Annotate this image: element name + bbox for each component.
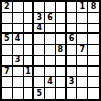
cell-r5c2[interactable] (13, 45, 24, 56)
cell-r8c6[interactable] (56, 77, 67, 88)
cell-r1c7[interactable] (67, 2, 78, 13)
cell-r4c6[interactable] (56, 34, 67, 45)
cell-r5c4[interactable] (34, 45, 45, 56)
cell-r5c6[interactable]: 8 (56, 45, 67, 56)
cell-r3c5[interactable] (45, 24, 56, 35)
cell-r7c2[interactable] (13, 67, 24, 78)
cell-r7c8[interactable] (77, 67, 88, 78)
cell-r4c8[interactable] (77, 34, 88, 45)
cell-r7c1[interactable]: 7 (2, 67, 13, 78)
cell-r4c2[interactable]: 4 (13, 34, 24, 45)
cell-r4c5[interactable] (45, 34, 56, 45)
cell-r8c2[interactable] (13, 77, 24, 88)
cell-r6c2[interactable]: 3 (13, 56, 24, 67)
cell-r8c5[interactable]: 4 (45, 77, 56, 88)
cell-r1c5[interactable] (45, 2, 56, 13)
cell-r9c8[interactable] (77, 88, 88, 99)
cell-r9c4[interactable]: 5 (34, 88, 45, 99)
cell-r6c8[interactable] (77, 56, 88, 67)
cell-r7c5[interactable] (45, 67, 56, 78)
cell-r9c5[interactable] (45, 88, 56, 99)
cell-r2c4[interactable]: 3 (34, 13, 45, 24)
cell-r4c4[interactable] (34, 34, 45, 45)
cell-r3c9[interactable] (88, 24, 99, 35)
cell-r5c8[interactable]: 7 (77, 45, 88, 56)
cell-r2c3[interactable] (24, 13, 35, 24)
cell-r7c6[interactable] (56, 67, 67, 78)
cell-r1c4[interactable] (34, 2, 45, 13)
cell-r1c6[interactable] (56, 2, 67, 13)
cell-r5c5[interactable] (45, 45, 56, 56)
cell-r8c9[interactable] (88, 77, 99, 88)
cell-r1c8[interactable]: 1 (77, 2, 88, 13)
cell-r3c7[interactable] (67, 24, 78, 35)
cell-r3c2[interactable] (13, 24, 24, 35)
cell-r3c1[interactable] (2, 24, 13, 35)
cell-r5c7[interactable] (67, 45, 78, 56)
cell-r6c3[interactable] (24, 56, 35, 67)
cell-r9c9[interactable] (88, 88, 99, 99)
cell-r6c7[interactable] (67, 56, 78, 67)
cell-r5c3[interactable] (24, 45, 35, 56)
cell-r8c4[interactable] (34, 77, 45, 88)
cell-r2c1[interactable] (2, 13, 13, 24)
cell-r5c9[interactable] (88, 45, 99, 56)
cell-r3c8[interactable] (77, 24, 88, 35)
cell-r3c6[interactable] (56, 24, 67, 35)
cell-r6c9[interactable] (88, 56, 99, 67)
cell-r6c4[interactable] (34, 56, 45, 67)
cell-r2c9[interactable] (88, 13, 99, 24)
cell-r8c7[interactable]: 3 (67, 77, 78, 88)
cell-r7c9[interactable] (88, 67, 99, 78)
cell-r8c3[interactable] (24, 77, 35, 88)
cell-r9c2[interactable] (13, 88, 24, 99)
cell-r9c7[interactable] (67, 88, 78, 99)
cell-r2c2[interactable] (13, 13, 24, 24)
cell-r3c3[interactable] (24, 24, 35, 35)
cell-r6c6[interactable] (56, 56, 67, 67)
sudoku-puzzle: 21836454687371435 (0, 0, 101, 101)
cell-r2c8[interactable] (77, 13, 88, 24)
cell-r1c3[interactable] (24, 2, 35, 13)
cell-r7c3[interactable]: 1 (24, 67, 35, 78)
cell-r9c6[interactable] (56, 88, 67, 99)
cell-r5c1[interactable] (2, 45, 13, 56)
cell-r4c9[interactable] (88, 34, 99, 45)
cell-r1c1[interactable]: 2 (2, 2, 13, 13)
cell-r2c7[interactable] (67, 13, 78, 24)
cell-r8c8[interactable] (77, 77, 88, 88)
sudoku-board: 21836454687371435 (0, 0, 101, 101)
cell-r1c2[interactable] (13, 2, 24, 13)
cell-r4c1[interactable]: 5 (2, 34, 13, 45)
cell-r4c7[interactable]: 6 (67, 34, 78, 45)
cell-r9c1[interactable] (2, 88, 13, 99)
cell-r8c1[interactable] (2, 77, 13, 88)
cell-r3c4[interactable]: 4 (34, 24, 45, 35)
cell-r2c5[interactable]: 6 (45, 13, 56, 24)
cell-r6c1[interactable] (2, 56, 13, 67)
cell-r9c3[interactable] (24, 88, 35, 99)
cell-r7c7[interactable] (67, 67, 78, 78)
cell-r4c3[interactable] (24, 34, 35, 45)
cell-r6c5[interactable] (45, 56, 56, 67)
cell-r2c6[interactable] (56, 13, 67, 24)
cell-r7c4[interactable] (34, 67, 45, 78)
cell-r1c9[interactable]: 8 (88, 2, 99, 13)
